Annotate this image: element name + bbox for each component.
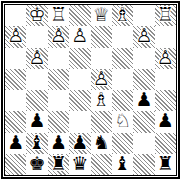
square-d3[interactable] — [91, 48, 112, 69]
piece-glyph: ♖ — [157, 5, 174, 24]
square-h4[interactable] — [5, 69, 26, 90]
piece-glyph: ♗ — [114, 5, 131, 24]
black-pawn-icon: ♟♟ — [69, 133, 90, 154]
square-b6[interactable] — [133, 111, 154, 132]
white-queen-icon: ♛♕ — [91, 5, 112, 26]
piece-glyph: ♙ — [93, 69, 110, 88]
piece-glyph: ♛ — [71, 154, 88, 173]
piece-glyph: ♙ — [7, 26, 24, 45]
piece-glyph: ♟ — [50, 133, 67, 152]
square-e6[interactable] — [69, 111, 90, 132]
black-bishop-icon: ♝♝ — [26, 133, 47, 154]
square-c7[interactable] — [112, 133, 133, 154]
square-e8[interactable]: ♛♛ — [69, 154, 90, 175]
white-pawn-icon: ♟♙ — [69, 26, 90, 47]
piece-glyph: ♙ — [71, 26, 88, 45]
white-bishop-icon: ♝♗ — [112, 5, 133, 26]
square-e1[interactable] — [69, 5, 90, 26]
black-pawn-icon: ♟♟ — [26, 111, 47, 132]
square-b1[interactable] — [133, 5, 154, 26]
square-a4[interactable] — [155, 69, 176, 90]
square-h8[interactable] — [5, 154, 26, 175]
square-e5[interactable] — [69, 90, 90, 111]
chess-board: ♚♔♜♖♛♕♝♗♜♖♟♙♟♙♟♙♟♙♟♙♟♙♟♙♝♗♟♟♟♟♞♘♟♟♟♟♝♝♟♟… — [5, 5, 176, 175]
square-g4[interactable] — [26, 69, 47, 90]
white-rook-icon: ♜♖ — [48, 5, 69, 26]
white-king-icon: ♚♔ — [26, 5, 47, 26]
square-d4[interactable]: ♟♙ — [91, 69, 112, 90]
square-a8[interactable]: ♜♜ — [155, 154, 176, 175]
piece-glyph: ♙ — [135, 26, 152, 45]
square-c1[interactable]: ♝♗ — [112, 5, 133, 26]
black-bishop-icon: ♝♝ — [112, 154, 133, 175]
white-bishop-icon: ♝♗ — [91, 90, 112, 111]
square-d1[interactable]: ♛♕ — [91, 5, 112, 26]
piece-glyph: ♙ — [50, 26, 67, 45]
square-b8[interactable] — [133, 154, 154, 175]
square-d8[interactable] — [91, 154, 112, 175]
square-e3[interactable] — [69, 48, 90, 69]
square-c2[interactable] — [112, 26, 133, 47]
square-g1[interactable]: ♚♔ — [26, 5, 47, 26]
chess-diagram: ♚♔♜♖♛♕♝♗♜♖♟♙♟♙♟♙♟♙♟♙♟♙♟♙♝♗♟♟♟♟♞♘♟♟♟♟♝♝♟♟… — [0, 0, 181, 180]
square-e4[interactable] — [69, 69, 90, 90]
piece-glyph: ♔ — [29, 5, 46, 24]
board-outer-frame: ♚♔♜♖♛♕♝♗♜♖♟♙♟♙♟♙♟♙♟♙♟♙♟♙♝♗♟♟♟♟♞♘♟♟♟♟♝♝♟♟… — [1, 1, 180, 179]
square-b4[interactable] — [133, 69, 154, 90]
square-f8[interactable]: ♜♜ — [48, 154, 69, 175]
square-e7[interactable]: ♟♟ — [69, 133, 90, 154]
piece-glyph: ♞ — [93, 133, 110, 152]
black-pawn-icon: ♟♟ — [5, 133, 26, 154]
black-pawn-icon: ♟♟ — [155, 111, 176, 132]
square-a1[interactable]: ♜♖ — [155, 5, 176, 26]
square-c6[interactable]: ♞♘ — [112, 111, 133, 132]
piece-glyph: ♘ — [114, 111, 131, 130]
piece-glyph: ♝ — [29, 133, 46, 152]
square-g6[interactable]: ♟♟ — [26, 111, 47, 132]
square-b2[interactable]: ♟♙ — [133, 26, 154, 47]
square-h1[interactable] — [5, 5, 26, 26]
piece-glyph: ♟ — [135, 90, 152, 109]
white-pawn-icon: ♟♙ — [91, 69, 112, 90]
white-pawn-icon: ♟♙ — [133, 26, 154, 47]
square-g2[interactable] — [26, 26, 47, 47]
square-b3[interactable] — [133, 48, 154, 69]
square-c4[interactable] — [112, 69, 133, 90]
piece-glyph: ♙ — [29, 48, 46, 67]
square-f1[interactable]: ♜♖ — [48, 5, 69, 26]
piece-glyph: ♟ — [29, 111, 46, 130]
white-pawn-icon: ♟♙ — [5, 26, 26, 47]
white-knight-icon: ♞♘ — [112, 111, 133, 132]
square-d5[interactable]: ♝♗ — [91, 90, 112, 111]
piece-glyph: ♗ — [93, 90, 110, 109]
square-f5[interactable] — [48, 90, 69, 111]
black-rook-icon: ♜♜ — [155, 154, 176, 175]
square-a3[interactable]: ♟♙ — [155, 48, 176, 69]
white-rook-icon: ♜♖ — [155, 5, 176, 26]
piece-glyph: ♝ — [114, 154, 131, 173]
square-h3[interactable] — [5, 48, 26, 69]
square-g3[interactable]: ♟♙ — [26, 48, 47, 69]
square-c5[interactable] — [112, 90, 133, 111]
square-f2[interactable]: ♟♙ — [48, 26, 69, 47]
square-d6[interactable] — [91, 111, 112, 132]
black-pawn-icon: ♟♟ — [133, 90, 154, 111]
piece-glyph: ♜ — [157, 154, 174, 173]
piece-glyph: ♜ — [50, 154, 67, 173]
white-pawn-icon: ♟♙ — [26, 48, 47, 69]
square-f7[interactable]: ♟♟ — [48, 133, 69, 154]
black-queen-icon: ♛♛ — [69, 154, 90, 175]
piece-glyph: ♖ — [50, 5, 67, 24]
piece-glyph: ♟ — [71, 133, 88, 152]
square-h7[interactable]: ♟♟ — [5, 133, 26, 154]
square-f6[interactable] — [48, 111, 69, 132]
square-g8[interactable]: ♚♚ — [26, 154, 47, 175]
piece-glyph: ♕ — [93, 5, 110, 24]
board-inner-frame: ♚♔♜♖♛♕♝♗♜♖♟♙♟♙♟♙♟♙♟♙♟♙♟♙♝♗♟♟♟♟♞♘♟♟♟♟♝♝♟♟… — [4, 4, 177, 176]
square-b5[interactable]: ♟♟ — [133, 90, 154, 111]
square-b7[interactable] — [133, 133, 154, 154]
black-pawn-icon: ♟♟ — [48, 133, 69, 154]
square-f4[interactable] — [48, 69, 69, 90]
square-h5[interactable] — [5, 90, 26, 111]
piece-glyph: ♚ — [29, 154, 46, 173]
square-a5[interactable] — [155, 90, 176, 111]
square-d2[interactable] — [91, 26, 112, 47]
piece-glyph: ♟ — [157, 111, 174, 130]
white-pawn-icon: ♟♙ — [48, 26, 69, 47]
square-c3[interactable] — [112, 48, 133, 69]
square-f3[interactable] — [48, 48, 69, 69]
square-a6[interactable]: ♟♟ — [155, 111, 176, 132]
square-a7[interactable] — [155, 133, 176, 154]
piece-glyph: ♙ — [157, 48, 174, 67]
black-rook-icon: ♜♜ — [48, 154, 69, 175]
square-c8[interactable]: ♝♝ — [112, 154, 133, 175]
black-knight-icon: ♞♞ — [91, 133, 112, 154]
square-g7[interactable]: ♝♝ — [26, 133, 47, 154]
square-h6[interactable] — [5, 111, 26, 132]
square-e2[interactable]: ♟♙ — [69, 26, 90, 47]
square-h2[interactable]: ♟♙ — [5, 26, 26, 47]
piece-glyph: ♟ — [7, 133, 24, 152]
square-d7[interactable]: ♞♞ — [91, 133, 112, 154]
square-g5[interactable] — [26, 90, 47, 111]
square-a2[interactable] — [155, 26, 176, 47]
black-king-icon: ♚♚ — [26, 154, 47, 175]
white-pawn-icon: ♟♙ — [155, 48, 176, 69]
